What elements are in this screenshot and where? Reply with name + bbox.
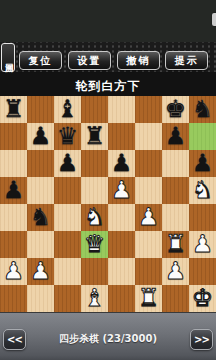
square-f1[interactable]: ♜ [135, 285, 162, 312]
square-d5[interactable] [81, 177, 108, 204]
status-bar [0, 0, 216, 44]
square-e7[interactable] [108, 123, 135, 150]
square-c5[interactable] [54, 177, 81, 204]
square-d3[interactable]: ♛ [81, 231, 108, 258]
square-f6[interactable] [135, 150, 162, 177]
scrollbar-thumb [212, 13, 216, 26]
square-f7[interactable] [135, 123, 162, 150]
square-d6[interactable] [81, 150, 108, 177]
piece-white-pawn: ♟ [30, 258, 52, 285]
square-b1[interactable] [27, 285, 54, 312]
square-e2[interactable] [108, 258, 135, 285]
piece-black-pawn: ♟ [3, 177, 25, 204]
square-b5[interactable] [27, 177, 54, 204]
piece-white-knight: ♞ [84, 204, 106, 231]
piece-black-bishop: ♝ [57, 96, 79, 123]
piece-white-rook: ♜ [138, 285, 160, 312]
square-a2[interactable]: ♟ [0, 258, 27, 285]
square-b4[interactable]: ♞ [27, 204, 54, 231]
piece-black-pawn: ♟ [111, 150, 133, 177]
square-c2[interactable] [54, 258, 81, 285]
square-a1[interactable] [0, 285, 27, 312]
piece-white-pawn: ♟ [192, 231, 214, 258]
square-e5[interactable]: ♟ [108, 177, 135, 204]
square-f3[interactable] [135, 231, 162, 258]
square-h2[interactable] [189, 258, 216, 285]
square-f2[interactable] [135, 258, 162, 285]
turn-status-text: 轮到白方下 [0, 78, 216, 95]
square-c8[interactable]: ♝ [54, 96, 81, 123]
undo-button[interactable]: 撤销 [117, 51, 160, 70]
settings-button[interactable]: 设置 [68, 51, 111, 70]
piece-white-rook: ♜ [165, 231, 187, 258]
piece-white-bishop: ♝ [84, 285, 106, 312]
square-g1[interactable] [162, 285, 189, 312]
square-a3[interactable] [0, 231, 27, 258]
piece-black-queen: ♛ [57, 123, 79, 150]
square-a8[interactable]: ♜ [0, 96, 27, 123]
square-b7[interactable]: ♟ [27, 123, 54, 150]
square-h4[interactable] [189, 204, 216, 231]
square-h7[interactable] [189, 123, 216, 150]
square-h5[interactable]: ♞ [189, 177, 216, 204]
piece-black-pawn: ♟ [165, 123, 187, 150]
square-b8[interactable] [27, 96, 54, 123]
piece-white-queen: ♛ [84, 231, 106, 258]
square-f8[interactable] [135, 96, 162, 123]
square-c1[interactable] [54, 285, 81, 312]
square-g3[interactable]: ♜ [162, 231, 189, 258]
square-d1[interactable]: ♝ [81, 285, 108, 312]
square-h8[interactable]: ♞ [189, 96, 216, 123]
square-f4[interactable]: ♟ [135, 204, 162, 231]
square-g5[interactable] [162, 177, 189, 204]
piece-black-king: ♚ [165, 96, 187, 123]
piece-white-king: ♚ [192, 285, 214, 312]
reset-button[interactable]: 复位 [19, 51, 62, 70]
puzzle-progress-label: 四步杀棋 (23/3000) [0, 332, 216, 346]
piece-white-pawn: ♟ [3, 258, 25, 285]
square-c7[interactable]: ♛ [54, 123, 81, 150]
piece-black-rook: ♜ [84, 123, 106, 150]
square-b3[interactable] [27, 231, 54, 258]
piece-black-pawn: ♟ [57, 150, 79, 177]
square-f5[interactable] [135, 177, 162, 204]
next-puzzle-button[interactable]: >> [190, 329, 213, 350]
square-g4[interactable] [162, 204, 189, 231]
square-b2[interactable]: ♟ [27, 258, 54, 285]
square-e6[interactable]: ♟ [108, 150, 135, 177]
square-h6[interactable]: ♟ [189, 150, 216, 177]
square-e1[interactable] [108, 285, 135, 312]
square-a5[interactable]: ♟ [0, 177, 27, 204]
square-g6[interactable] [162, 150, 189, 177]
history-back-button[interactable]: 回溯 [1, 43, 15, 72]
square-c6[interactable]: ♟ [54, 150, 81, 177]
chess-app-screen: 回溯 复位 设置 撤销 提示 轮到白方下 ♜♝♚♞♟♛♜♟♟♟♟♟♟♞♞♞♟♛♜… [0, 0, 216, 360]
hint-button[interactable]: 提示 [165, 51, 208, 70]
square-h1[interactable]: ♚ [189, 285, 216, 312]
square-d7[interactable]: ♜ [81, 123, 108, 150]
piece-black-rook: ♜ [3, 96, 25, 123]
square-c3[interactable] [54, 231, 81, 258]
piece-black-pawn: ♟ [192, 150, 214, 177]
square-c4[interactable] [54, 204, 81, 231]
square-e4[interactable] [108, 204, 135, 231]
piece-black-pawn: ♟ [30, 123, 52, 150]
square-h3[interactable]: ♟ [189, 231, 216, 258]
piece-white-pawn: ♟ [111, 177, 133, 204]
square-a6[interactable] [0, 150, 27, 177]
piece-black-knight: ♞ [30, 204, 52, 231]
piece-white-pawn: ♟ [165, 258, 187, 285]
square-d4[interactable]: ♞ [81, 204, 108, 231]
square-g7[interactable]: ♟ [162, 123, 189, 150]
chess-board: ♜♝♚♞♟♛♜♟♟♟♟♟♟♞♞♞♟♛♜♟♟♟♟♝♜♚ [0, 96, 216, 312]
piece-white-knight: ♞ [192, 177, 214, 204]
square-a4[interactable] [0, 204, 27, 231]
square-d8[interactable] [81, 96, 108, 123]
piece-white-pawn: ♟ [138, 204, 160, 231]
square-d2[interactable] [81, 258, 108, 285]
square-e8[interactable] [108, 96, 135, 123]
square-g2[interactable]: ♟ [162, 258, 189, 285]
piece-black-knight: ♞ [192, 96, 214, 123]
square-e3[interactable] [108, 231, 135, 258]
square-b6[interactable] [27, 150, 54, 177]
square-a7[interactable] [0, 123, 27, 150]
square-g8[interactable]: ♚ [162, 96, 189, 123]
